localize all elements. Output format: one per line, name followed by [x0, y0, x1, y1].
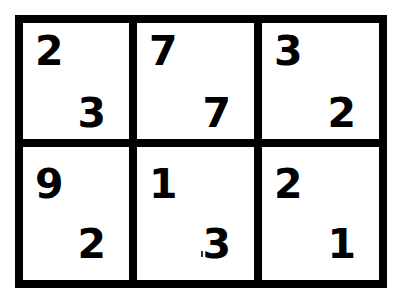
cell-r1c2-top-left-number: 7	[149, 31, 178, 72]
cell-r2c2-top-left-number: 1	[149, 164, 178, 205]
cell-r2c3-bottom-right-number: 1	[327, 224, 356, 265]
cell-r1c2-bottom-right-number: 7	[202, 93, 231, 134]
stray-mark	[201, 251, 203, 257]
cell-r1c3: 3 2	[262, 23, 379, 139]
cell-r2c3-top-left-number: 2	[274, 164, 303, 205]
cell-r2c1-bottom-right-number: 2	[77, 224, 106, 265]
cell-r1c2: 7 7	[137, 23, 254, 139]
number-pair-board: 2 3 7 7 3 2 9 2 1 3 2 1	[15, 15, 387, 288]
cell-r2c1: 9 2	[23, 147, 129, 280]
cell-r1c3-top-left-number: 3	[274, 31, 303, 72]
cell-r1c1: 2 3	[23, 23, 129, 139]
cell-r2c2: 1 3	[137, 147, 254, 280]
cell-r1c3-bottom-right-number: 2	[327, 93, 356, 134]
cell-r2c2-bottom-right-number: 3	[202, 224, 231, 265]
cell-r1c1-bottom-right-number: 3	[77, 93, 106, 134]
cell-r1c1-top-left-number: 2	[35, 31, 64, 72]
cell-r2c3: 2 1	[262, 147, 379, 280]
cell-r2c1-top-left-number: 9	[35, 164, 64, 205]
